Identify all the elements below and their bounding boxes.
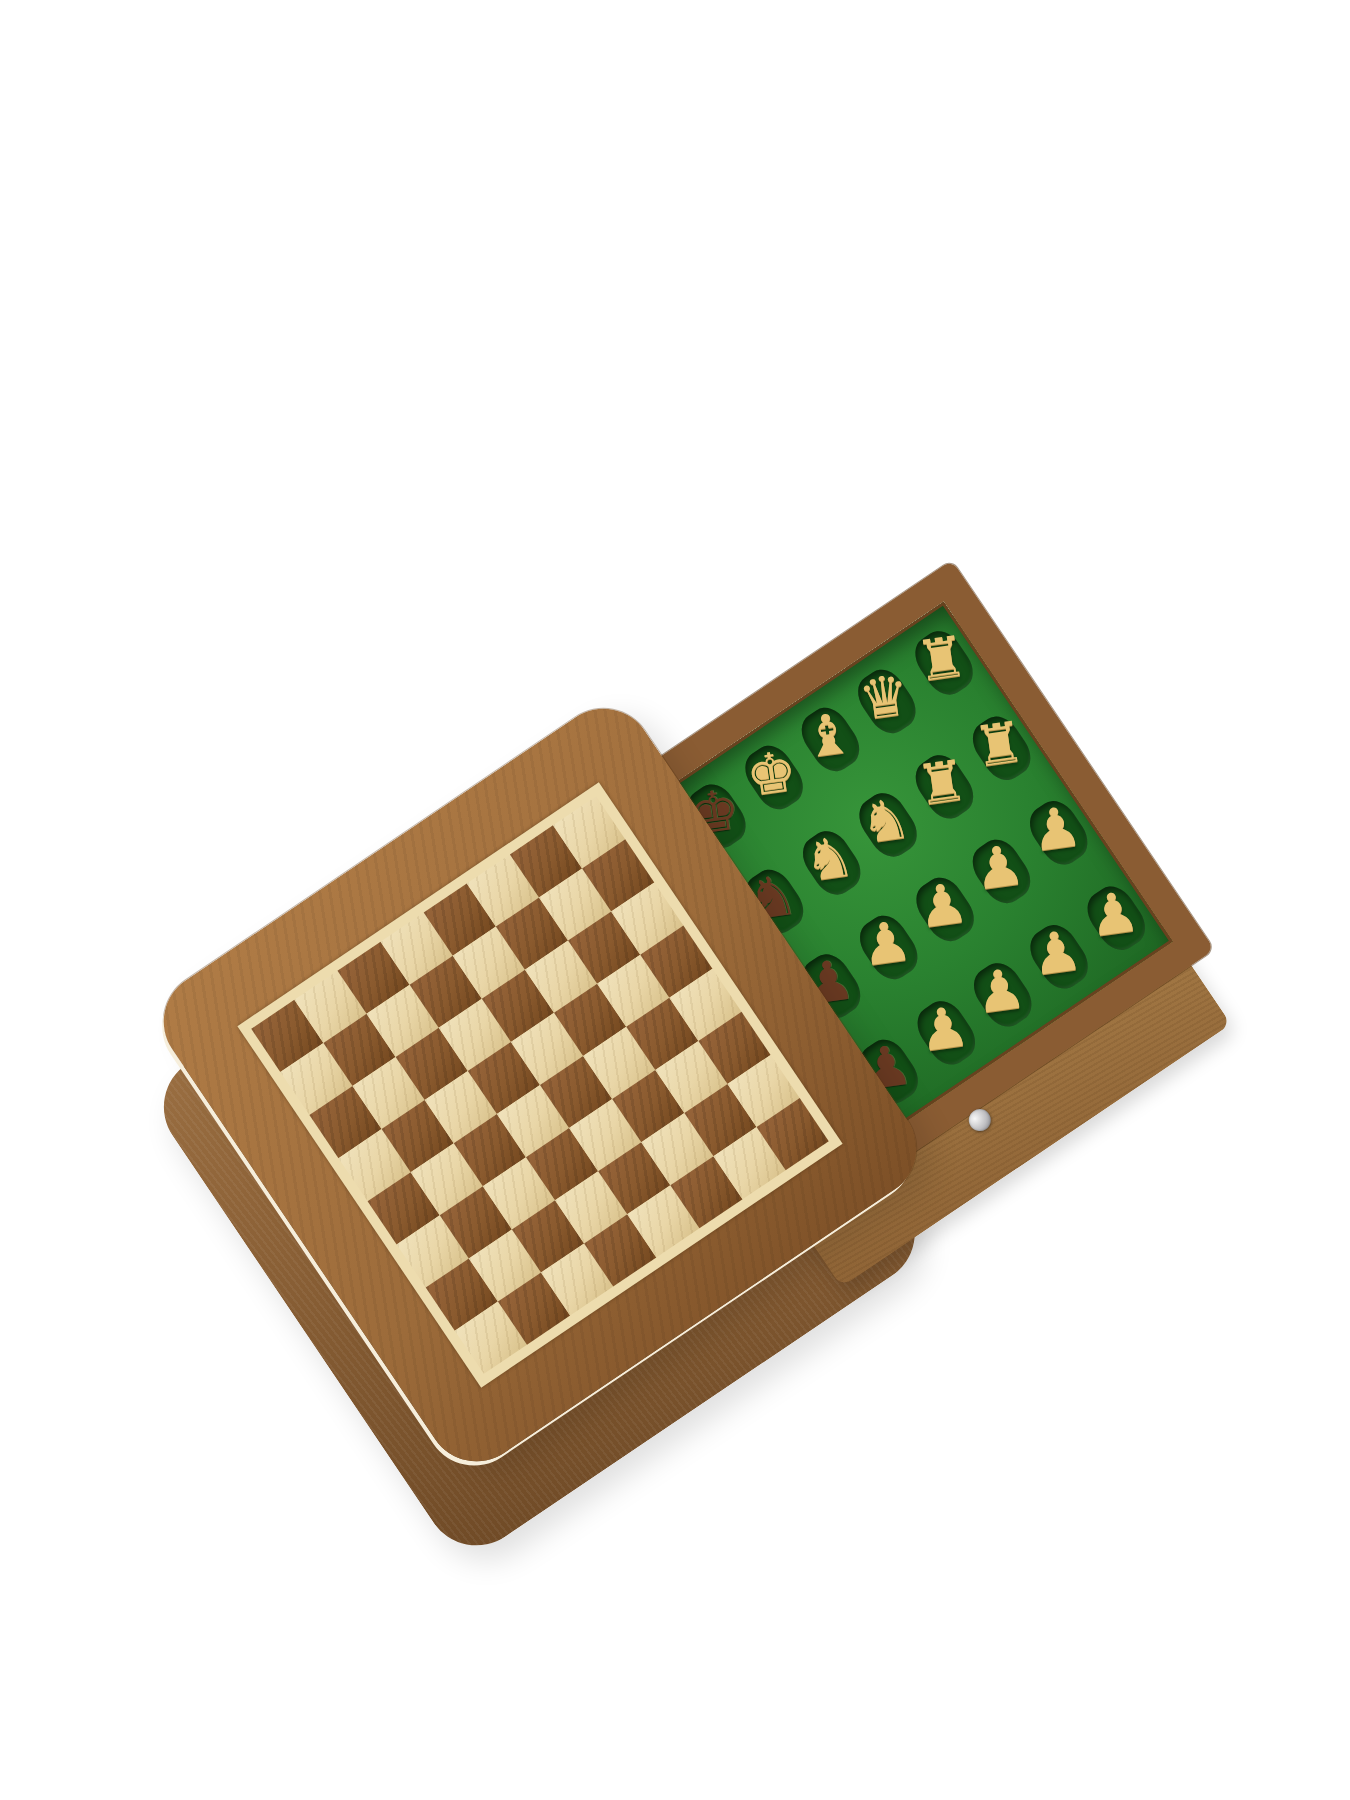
chess-piece-light-pawn[interactable]: ♟ (857, 913, 915, 975)
chess-piece-light-queen[interactable]: ♛ (856, 666, 914, 728)
product-photo-chess-box: ♛♚♚♝♛♜♝♞♞♞♜♜♟♟♟♟♟♟♟♟♟♟♟♟ (0, 0, 1350, 1800)
chess-piece-light-pawn[interactable]: ♟ (914, 875, 972, 937)
chess-piece-light-rook[interactable]: ♜ (913, 751, 971, 813)
chess-piece-light-rook[interactable]: ♜ (970, 713, 1028, 775)
chessboard (251, 796, 829, 1374)
chess-piece-light-pawn[interactable]: ♟ (1027, 798, 1085, 860)
chess-piece-light-pawn[interactable]: ♟ (915, 998, 973, 1060)
chess-piece-light-pawn[interactable]: ♟ (1028, 921, 1086, 983)
chess-box-set: ♛♚♚♝♛♜♝♞♞♞♜♜♟♟♟♟♟♟♟♟♟♟♟♟ (144, 689, 935, 1480)
chess-piece-light-pawn[interactable]: ♟ (971, 960, 1029, 1022)
chess-piece-light-knight[interactable]: ♞ (857, 790, 915, 852)
chess-piece-light-king[interactable]: ♚ (743, 743, 801, 805)
chess-piece-light-knight[interactable]: ♞ (800, 828, 858, 890)
chess-piece-light-bishop[interactable]: ♝ (799, 705, 857, 767)
chess-piece-light-pawn[interactable]: ♟ (1085, 883, 1143, 945)
chess-piece-light-rook[interactable]: ♜ (913, 628, 971, 690)
chess-piece-light-pawn[interactable]: ♟ (971, 836, 1029, 898)
